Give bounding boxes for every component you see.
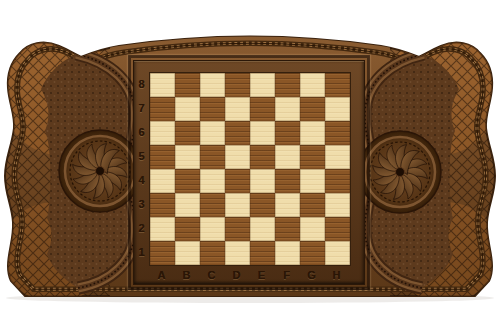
square-d6[interactable] [225,121,250,145]
square-b2[interactable] [175,217,200,241]
square-c8[interactable] [200,73,225,97]
square-h6[interactable] [325,121,350,145]
square-a2[interactable] [150,217,175,241]
square-g5[interactable] [300,145,325,169]
rosette-carving-right [359,131,441,213]
square-e2[interactable] [250,217,275,241]
chessboard-panel: 8 7 6 5 4 3 2 1 A B C D E F G H [133,60,365,285]
square-e5[interactable] [250,145,275,169]
square-a1[interactable] [150,241,175,265]
square-b7[interactable] [175,97,200,121]
square-b3[interactable] [175,193,200,217]
square-f8[interactable] [275,73,300,97]
square-e3[interactable] [250,193,275,217]
square-h8[interactable] [325,73,350,97]
square-c3[interactable] [200,193,225,217]
square-g4[interactable] [300,169,325,193]
rank-label: 1 [138,247,144,258]
rank-label: 7 [138,103,144,114]
square-g1[interactable] [300,241,325,265]
carved-chess-box: 8 7 6 5 4 3 2 1 A B C D E F G H [0,0,500,333]
square-b5[interactable] [175,145,200,169]
square-g6[interactable] [300,121,325,145]
hinge-right-icon [437,30,450,39]
square-f4[interactable] [275,169,300,193]
square-b4[interactable] [175,169,200,193]
square-d8[interactable] [225,73,250,97]
square-a8[interactable] [150,73,175,97]
file-label: G [307,270,316,281]
square-e4[interactable] [250,169,275,193]
square-c2[interactable] [200,217,225,241]
rank-label: 6 [138,127,144,138]
square-h4[interactable] [325,169,350,193]
square-g3[interactable] [300,193,325,217]
square-d2[interactable] [225,217,250,241]
square-h5[interactable] [325,145,350,169]
square-d3[interactable] [225,193,250,217]
square-e7[interactable] [250,97,275,121]
square-g8[interactable] [300,73,325,97]
square-h2[interactable] [325,217,350,241]
file-label: D [233,270,241,281]
square-a6[interactable] [150,121,175,145]
square-a3[interactable] [150,193,175,217]
square-a7[interactable] [150,97,175,121]
square-a4[interactable] [150,169,175,193]
square-h7[interactable] [325,97,350,121]
square-d1[interactable] [225,241,250,265]
square-f3[interactable] [275,193,300,217]
rank-label: 8 [138,79,144,90]
square-d4[interactable] [225,169,250,193]
square-c1[interactable] [200,241,225,265]
square-c7[interactable] [200,97,225,121]
file-label: E [258,270,265,281]
rank-label: 5 [138,151,144,162]
square-a5[interactable] [150,145,175,169]
square-f5[interactable] [275,145,300,169]
square-f6[interactable] [275,121,300,145]
rank-labels: 8 7 6 5 4 3 2 1 [134,72,149,264]
rank-label: 4 [138,175,144,186]
square-d5[interactable] [225,145,250,169]
square-g2[interactable] [300,217,325,241]
chessboard[interactable] [149,72,351,266]
square-e1[interactable] [250,241,275,265]
square-h3[interactable] [325,193,350,217]
square-e6[interactable] [250,121,275,145]
square-f7[interactable] [275,97,300,121]
square-f2[interactable] [275,217,300,241]
square-d7[interactable] [225,97,250,121]
rank-label: 2 [138,223,144,234]
file-label: B [183,270,191,281]
square-c5[interactable] [200,145,225,169]
square-f1[interactable] [275,241,300,265]
square-e8[interactable] [250,73,275,97]
square-h1[interactable] [325,241,350,265]
square-g7[interactable] [300,97,325,121]
file-labels: A B C D E F G H [149,265,349,285]
square-b8[interactable] [175,73,200,97]
file-label: C [208,270,216,281]
file-label: A [158,270,166,281]
rank-label: 3 [138,199,144,210]
square-c6[interactable] [200,121,225,145]
square-b6[interactable] [175,121,200,145]
hinge-left-icon [50,30,63,39]
file-label: H [333,270,341,281]
square-b1[interactable] [175,241,200,265]
square-c4[interactable] [200,169,225,193]
file-label: F [283,270,290,281]
